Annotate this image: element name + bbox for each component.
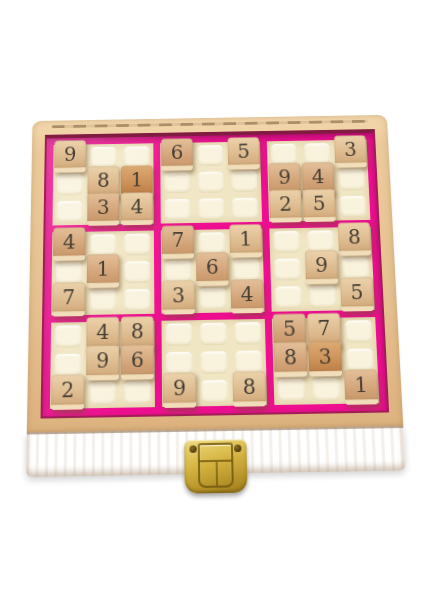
tile-3-r3c2[interactable]: 3 (87, 193, 119, 226)
cell-r3c9[interactable] (336, 193, 371, 221)
cell-r2c5[interactable] (194, 169, 228, 196)
brass-clasp[interactable] (184, 439, 247, 493)
lid-hinge-seam (52, 120, 368, 128)
sudoku-subgrid-5: 71634 (161, 229, 265, 314)
tile-1-r5c2[interactable]: 1 (87, 254, 119, 288)
sudoku-subgrid-7: 48962 (50, 321, 155, 409)
cell-r7c1[interactable] (51, 322, 86, 351)
tile-2-r9c1[interactable]: 2 (51, 374, 84, 410)
sudoku-box: 98134653942541771634895489629857831 (26, 115, 406, 477)
cell-r6c1[interactable]: 7 (51, 287, 86, 316)
tile-8-r9c6[interactable]: 8 (232, 371, 266, 407)
tile-7-r6c1[interactable]: 7 (52, 282, 85, 317)
cell-recess (56, 262, 82, 284)
tile-1-r9c9[interactable]: 1 (344, 369, 378, 405)
cell-r6c3[interactable] (120, 286, 154, 315)
cell-recess (346, 349, 374, 372)
glass-window: 98134653942541771634895489629857831 (41, 129, 390, 418)
cell-recess (198, 171, 224, 193)
cell-r3c8[interactable]: 5 (302, 193, 337, 221)
cell-r7c4[interactable] (161, 320, 196, 349)
cell-r4c6[interactable]: 1 (228, 229, 263, 257)
tile-4-r4c1[interactable]: 4 (53, 227, 85, 261)
cell-r7c5[interactable] (196, 320, 231, 349)
tile-2-r3c7[interactable]: 2 (269, 190, 302, 223)
cell-r3c7[interactable]: 2 (268, 194, 303, 222)
tile-3-r6c4[interactable]: 3 (162, 280, 195, 315)
cell-r9c2[interactable] (85, 379, 120, 409)
cell-recess (124, 146, 150, 167)
cell-recess (124, 381, 151, 404)
cell-r9c3[interactable] (120, 378, 155, 408)
cell-r6c5[interactable] (195, 284, 230, 313)
tile-8-r4c9[interactable]: 8 (338, 222, 371, 256)
cell-recess (124, 261, 150, 283)
cell-r6c7[interactable] (271, 283, 306, 312)
cell-r1c1[interactable]: 9 (53, 144, 87, 171)
cell-r4c7[interactable] (269, 228, 304, 256)
cell-r6c4[interactable]: 3 (161, 285, 196, 314)
cell-r5c3[interactable] (120, 258, 154, 286)
cell-r3c6[interactable] (228, 195, 262, 223)
cell-r3c3[interactable]: 4 (120, 197, 154, 225)
cell-r2c9[interactable] (334, 166, 369, 193)
cell-recess (233, 259, 260, 281)
cell-recess (198, 198, 224, 220)
cell-recess (56, 201, 82, 223)
cell-r9c9[interactable]: 1 (343, 374, 379, 404)
cell-r6c2[interactable] (86, 286, 120, 315)
cell-r6c6[interactable]: 4 (230, 284, 265, 313)
cell-recess (164, 172, 190, 194)
tile-5-r3c8[interactable]: 5 (303, 189, 336, 222)
cell-r9c7[interactable] (274, 375, 310, 405)
cell-r4c3[interactable] (120, 231, 154, 259)
tile-6-r8c3[interactable]: 6 (121, 345, 154, 380)
tile-3-r1c9[interactable]: 3 (334, 135, 367, 168)
tile-7-r4c4[interactable]: 7 (162, 225, 194, 259)
cell-r8c3[interactable]: 6 (120, 349, 155, 378)
cell-r8c8[interactable]: 3 (307, 346, 343, 375)
cell-r4c9[interactable]: 8 (337, 227, 372, 255)
screw-icon (234, 445, 241, 453)
cell-r6c8[interactable] (305, 282, 340, 311)
sudoku-grid: 98134653942541771634895489629857831 (50, 140, 379, 409)
cell-recess (199, 232, 225, 254)
cell-r8c5[interactable] (196, 348, 231, 377)
cell-r5c7[interactable] (270, 255, 305, 283)
cell-recess (200, 351, 227, 374)
cell-r7c6[interactable] (230, 319, 265, 348)
cell-recess (90, 234, 116, 256)
cell-recess (199, 287, 226, 309)
cell-r5c8[interactable]: 9 (304, 255, 339, 283)
screw-icon (189, 445, 196, 453)
sudoku-subgrid-1: 98134 (52, 143, 153, 225)
tile-3-r8c8[interactable]: 3 (308, 341, 342, 376)
tile-4-r6c6[interactable]: 4 (231, 279, 264, 314)
cell-recess (309, 286, 336, 308)
cell-recess (201, 380, 228, 403)
sudoku-subgrid-6: 895 (269, 227, 375, 312)
sudoku-subgrid-2: 65 (160, 141, 262, 223)
clasp-latch-plate (198, 443, 234, 488)
cell-recess (342, 257, 369, 279)
sudoku-subgrid-4: 417 (51, 231, 154, 316)
cell-r2c1[interactable] (53, 171, 87, 198)
cell-recess (275, 286, 302, 308)
tile-6-r5c5[interactable]: 6 (196, 252, 229, 286)
cell-recess (89, 382, 116, 405)
cell-r1c5[interactable] (193, 142, 227, 169)
tile-9-r1c1[interactable]: 9 (54, 140, 86, 173)
cell-r8c7[interactable]: 8 (273, 347, 309, 376)
tile-1-r4c6[interactable]: 1 (229, 224, 262, 258)
cell-r1c6[interactable]: 5 (227, 141, 261, 168)
cell-r1c4[interactable]: 6 (160, 143, 194, 170)
cell-r3c2[interactable]: 3 (86, 197, 120, 225)
tile-4-r3c3[interactable]: 4 (121, 192, 153, 225)
tile-9-r5c8[interactable]: 9 (305, 250, 338, 284)
cell-r5c2[interactable]: 1 (86, 259, 120, 287)
tile-9-r9c4[interactable]: 9 (163, 372, 196, 408)
cell-recess (313, 378, 341, 401)
cell-recess (235, 350, 262, 373)
cell-recess (90, 289, 116, 312)
cell-recess (340, 196, 367, 218)
cell-recess (273, 231, 300, 253)
sudoku-subgrid-8: 98 (161, 319, 267, 407)
cell-recess (232, 198, 258, 220)
tile-9-r8c2[interactable]: 9 (86, 345, 119, 380)
sudoku-subgrid-3: 39425 (267, 140, 371, 222)
tile-5-r6c9[interactable]: 5 (340, 277, 374, 312)
cell-r9c4[interactable]: 9 (162, 377, 197, 407)
cell-recess (200, 323, 227, 346)
cell-r8c2[interactable]: 9 (85, 350, 120, 379)
cell-recess (197, 145, 223, 166)
box-lid: 98134653942541771634895489629857831 (27, 115, 403, 433)
tile-6-r1c4[interactable]: 6 (161, 138, 193, 171)
cell-r6c9[interactable]: 5 (339, 282, 375, 311)
cell-recess (345, 320, 372, 343)
cell-recess (278, 379, 305, 402)
cell-recess (91, 147, 117, 168)
cell-r5c5[interactable]: 6 (195, 257, 230, 285)
cell-recess (54, 354, 81, 377)
cell-r2c4[interactable] (160, 169, 194, 196)
cell-r3c4[interactable] (161, 196, 195, 224)
tile-8-r8c7[interactable]: 8 (274, 342, 308, 377)
cell-recess (165, 199, 191, 221)
cell-recess (57, 174, 83, 196)
cell-r3c5[interactable] (194, 195, 228, 223)
cell-r4c4[interactable]: 7 (161, 230, 195, 258)
cell-r3c1[interactable] (52, 198, 86, 226)
cell-r9c6[interactable]: 8 (232, 376, 268, 406)
cell-r9c8[interactable] (308, 375, 344, 405)
cell-recess (271, 144, 297, 165)
cell-r1c9[interactable]: 3 (333, 140, 368, 167)
photo-background: 98134653942541771634895489629857831 (0, 0, 424, 600)
cell-recess (124, 289, 150, 312)
cell-recess (307, 230, 334, 252)
cell-recess (166, 352, 193, 375)
cell-r7c9[interactable] (341, 317, 377, 346)
tile-5-r1c6[interactable]: 5 (228, 137, 260, 170)
cell-recess (304, 143, 330, 164)
cell-recess (124, 234, 150, 256)
sudoku-subgrid-9: 57831 (272, 317, 380, 405)
cell-recess (338, 169, 365, 190)
cell-recess (166, 323, 193, 346)
cell-recess (165, 260, 191, 282)
cell-recess (274, 258, 301, 280)
cell-recess (55, 325, 82, 348)
cell-r9c5[interactable] (197, 377, 232, 407)
cell-recess (231, 171, 257, 192)
cell-r4c1[interactable]: 4 (52, 232, 86, 260)
cell-r2c6[interactable] (227, 168, 261, 195)
cell-recess (234, 322, 261, 345)
box-front (26, 426, 406, 477)
cell-r9c1[interactable]: 2 (50, 379, 85, 409)
